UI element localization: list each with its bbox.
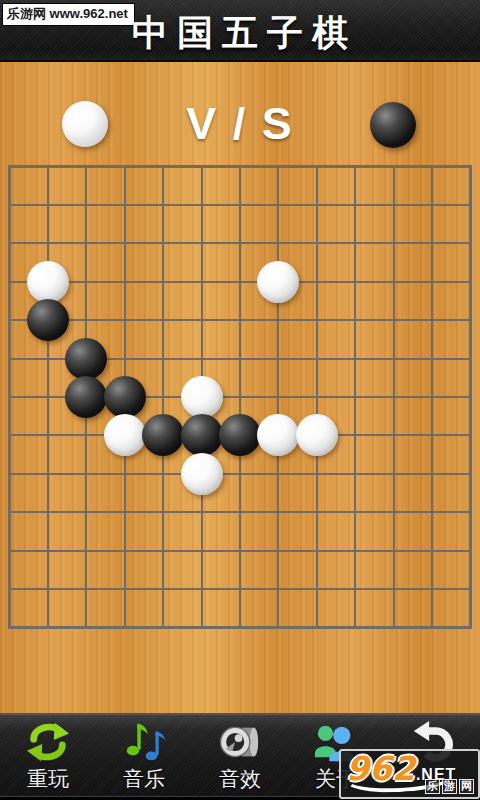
white-stone <box>181 376 223 418</box>
title-bar: 乐游网 www.962.net 中国五子棋 <box>0 0 480 62</box>
white-stone <box>257 414 299 456</box>
white-stone <box>257 261 299 303</box>
music-label: 音乐 <box>123 766 165 792</box>
grid-line-vertical <box>469 165 472 629</box>
black-stone <box>27 299 69 341</box>
replay-label: 重玩 <box>27 766 69 792</box>
sound-button[interactable]: 音效 <box>192 715 288 800</box>
sound-label: 音效 <box>219 766 261 792</box>
black-stone <box>104 376 146 418</box>
sound-icon <box>217 719 263 765</box>
grid-line-vertical <box>354 165 356 629</box>
music-button[interactable]: 音乐 <box>96 715 192 800</box>
grid-line-horizontal <box>8 626 472 629</box>
grid-line-horizontal <box>8 588 472 590</box>
grid-line-vertical <box>277 165 279 629</box>
grid-line-vertical <box>316 165 318 629</box>
grid-line-horizontal <box>8 473 472 475</box>
app-screen: 乐游网 www.962.net 中国五子棋 V / S 重玩 <box>0 0 480 800</box>
962net-watermark: 962 .NET 乐游网 <box>339 749 480 799</box>
grid-line-horizontal <box>8 550 472 552</box>
watermark-site-name: 乐游网 <box>423 779 474 794</box>
black-stone <box>65 338 107 380</box>
music-icon <box>121 719 167 765</box>
grid-line-vertical <box>431 165 433 629</box>
white-stone <box>27 261 69 303</box>
replay-button[interactable]: 重玩 <box>0 715 96 800</box>
game-board[interactable] <box>8 165 472 629</box>
black-stone <box>142 414 184 456</box>
replay-icon <box>25 719 71 765</box>
grid-line-horizontal <box>8 511 472 513</box>
grid-line-vertical <box>393 165 395 629</box>
white-stone <box>104 414 146 456</box>
black-stone <box>65 376 107 418</box>
app-title: 中国五子棋 <box>0 9 480 58</box>
white-stone <box>181 453 223 495</box>
white-stone <box>296 414 338 456</box>
black-stone <box>181 414 223 456</box>
black-player-stone-icon <box>370 102 416 148</box>
black-stone <box>219 414 261 456</box>
